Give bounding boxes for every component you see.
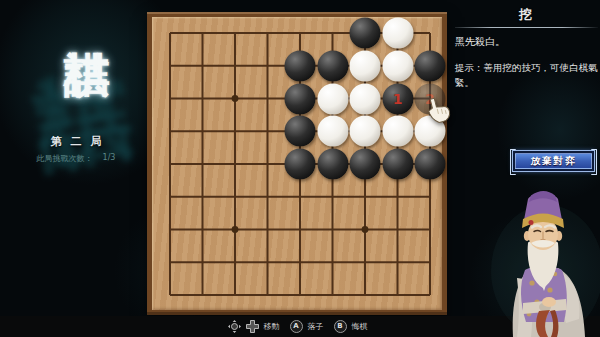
black-stone [285, 83, 316, 114]
black-stone [350, 18, 381, 49]
stones-layer: 12 [152, 17, 442, 310]
board-surface: 12 [152, 17, 442, 310]
a-button-label: 落子 [308, 321, 324, 332]
black-stone [285, 116, 316, 147]
technique-title: 挖 [455, 6, 598, 24]
hand-cursor-icon [424, 97, 451, 124]
hint-text: 提示：善用挖的技巧，可使白棋氣緊。 [455, 60, 598, 90]
black-stone [382, 149, 413, 180]
puzzle-logo: 詰棋 詰棋 [46, 12, 141, 137]
black-stone [317, 50, 348, 81]
a-button-icon: A [290, 320, 303, 333]
puzzle-info-panel: 挖 黑先殺白。 提示：善用挖的技巧，可使白棋氣緊。 [455, 6, 598, 90]
game-screen: 詰棋 詰棋 第二局 此局挑戰次數： 1/3 12 挖 黑先殺白。 提示：善用挖的… [0, 0, 600, 337]
white-stone [382, 116, 413, 147]
move-label: 移動 [264, 321, 280, 332]
left-stick-icon [228, 320, 241, 333]
give-up-label: 放棄對弈 [515, 153, 592, 169]
give-up-button[interactable]: 放棄對弈 [512, 150, 595, 172]
elder-npc-portrait [487, 186, 600, 337]
black-stone: 1 [382, 83, 413, 114]
white-stone [350, 50, 381, 81]
white-stone [382, 50, 413, 81]
logo-shadow-glyphs: 詰棋 [21, 0, 111, 1]
dpad-icon [246, 320, 259, 333]
attempts-label: 此局挑戰次數： [37, 153, 93, 164]
black-stone [415, 149, 446, 180]
attempts-row: 此局挑戰次數： 1/3 [16, 153, 136, 164]
b-button-label: 悔棋 [352, 321, 368, 332]
white-stone [317, 116, 348, 147]
b-button-icon: B [334, 320, 347, 333]
black-stone [285, 50, 316, 81]
black-stone [285, 149, 316, 180]
white-stone [350, 83, 381, 114]
black-stone [350, 149, 381, 180]
black-stone [317, 149, 348, 180]
white-stone [317, 83, 348, 114]
title-divider [455, 27, 598, 28]
attempts-value: 1/3 [103, 153, 116, 164]
go-board[interactable]: 12 [147, 12, 447, 315]
white-stone [382, 18, 413, 49]
black-stone [415, 50, 446, 81]
round-label: 第二局 [16, 134, 136, 149]
white-stone [350, 116, 381, 147]
objective-text: 黑先殺白。 [455, 35, 598, 49]
